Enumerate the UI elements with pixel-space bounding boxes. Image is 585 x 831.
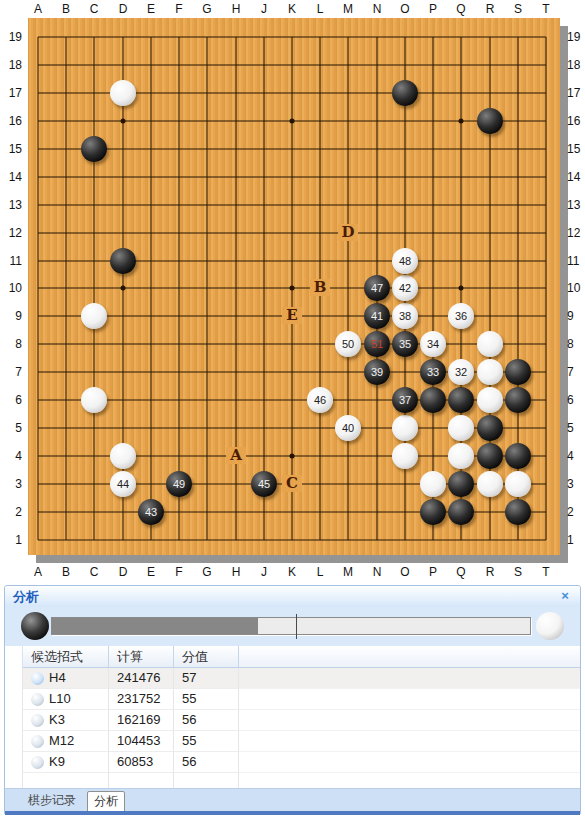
- candidate-move-cell: M12: [23, 731, 109, 752]
- coord-label: 7: [0, 365, 22, 379]
- stone-Q2: [448, 499, 474, 525]
- table-header-filler: [239, 646, 580, 668]
- coord-label: Q: [453, 2, 469, 16]
- stone-O17: [392, 80, 418, 106]
- coord-label: Q: [453, 565, 469, 579]
- coord-label: J: [256, 2, 272, 16]
- go-app-window: A AB BC CD DE EF FG GH HJ JK KL LM MN NO…: [0, 0, 585, 831]
- candidate-row[interactable]: H4 241476 57: [22, 668, 580, 689]
- coord-label: R: [482, 565, 498, 579]
- candidate-move: M12: [49, 731, 74, 751]
- coord-label: P: [425, 2, 441, 16]
- coord-label: 18: [567, 58, 585, 72]
- coord-label: 19: [0, 30, 22, 44]
- stone-S6: [505, 387, 531, 413]
- row-filler: [239, 731, 580, 752]
- candidate-move-cell: H4: [23, 668, 109, 689]
- stone-E2: 43: [138, 499, 164, 525]
- analysis-panel: 分析 × 候选招式 计算 分值 H4 241476 57: [4, 585, 581, 814]
- coord-label: 4: [0, 449, 22, 463]
- stone-P6: [420, 387, 446, 413]
- goban-area: A AB BC CD DE EF FG GH HJ JK KL LM MN NO…: [0, 0, 585, 585]
- stone-C6: [81, 387, 107, 413]
- coord-label: A: [30, 565, 46, 579]
- coord-label: A: [30, 2, 46, 16]
- candidate-move-cell: K9: [23, 752, 109, 773]
- row-filler: [239, 668, 580, 689]
- col-header-score: 分值: [174, 646, 239, 668]
- coord-label: 4: [567, 449, 585, 463]
- stone-P8: 34: [420, 331, 446, 357]
- coord-label: S: [510, 2, 526, 16]
- candidate-row[interactable]: K9 60853 56: [22, 752, 580, 773]
- coord-label: N: [369, 565, 385, 579]
- col-header-move: 候选招式: [23, 646, 109, 668]
- coord-label: 6: [567, 393, 585, 407]
- coord-label: 10: [0, 281, 22, 295]
- candidate-row[interactable]: L10 231752 55: [22, 689, 580, 710]
- coord-label: M: [340, 565, 356, 579]
- candidate-calc: 60853: [109, 752, 174, 773]
- coord-label: 14: [0, 170, 22, 184]
- stone-S7: [505, 359, 531, 385]
- row-filler: [239, 689, 580, 710]
- coord-label: J: [256, 565, 272, 579]
- stone-O8: 35: [392, 331, 418, 357]
- analysis-progress-bar[interactable]: [51, 617, 531, 635]
- stone-D3: 44: [110, 471, 136, 497]
- coord-label: 15: [567, 142, 585, 156]
- stone-O4: [392, 443, 418, 469]
- coord-label: O: [397, 2, 413, 16]
- coord-label: B: [58, 565, 74, 579]
- coord-label: N: [369, 2, 385, 16]
- candidate-move-cell: L10: [23, 689, 109, 710]
- stone-J3: 45: [251, 471, 277, 497]
- stone-R6: [477, 387, 503, 413]
- stone-R5: [477, 415, 503, 441]
- coord-label: G: [199, 2, 215, 16]
- candidate-marker-E[interactable]: E: [282, 307, 302, 324]
- progress-fill: [52, 618, 258, 634]
- stone-M8: 50: [335, 331, 361, 357]
- stone-M5: 40: [335, 415, 361, 441]
- stone-O9: 38: [392, 303, 418, 329]
- coord-label: 2: [567, 505, 585, 519]
- coord-label: 17: [0, 86, 22, 100]
- coord-label: 9: [0, 309, 22, 323]
- row-filler: [239, 710, 580, 731]
- stone-S3: [505, 471, 531, 497]
- coord-label: M: [340, 2, 356, 16]
- coord-label: 5: [0, 421, 22, 435]
- stone-D4: [110, 443, 136, 469]
- candidate-marker-C[interactable]: C: [282, 475, 302, 492]
- stone-P7: 33: [420, 359, 446, 385]
- stone-bullet-icon: [31, 714, 44, 727]
- stone-Q3: [448, 471, 474, 497]
- coord-label: 9: [567, 309, 585, 323]
- stone-N9: 41: [364, 303, 390, 329]
- coord-label: 18: [0, 58, 22, 72]
- coord-label: 13: [0, 198, 22, 212]
- coord-label: 10: [567, 281, 585, 295]
- candidate-move: K3: [49, 710, 65, 730]
- coord-label: 3: [0, 477, 22, 491]
- coord-label: 12: [567, 226, 585, 240]
- candidate-moves-table: 候选招式 计算 分值 H4 241476 57 L10 231752 55: [5, 646, 580, 788]
- candidate-calc: 231752: [109, 689, 174, 710]
- stone-P2: [420, 499, 446, 525]
- stone-O10: 42: [392, 275, 418, 301]
- close-icon[interactable]: ×: [558, 586, 572, 607]
- coord-label: 7: [567, 365, 585, 379]
- coord-label: L: [312, 2, 328, 16]
- coord-label: R: [482, 2, 498, 16]
- panel-bottom-bar: [5, 811, 580, 815]
- coord-label: G: [199, 565, 215, 579]
- progress-caret[interactable]: [296, 614, 297, 639]
- candidate-calc: 104453: [109, 731, 174, 752]
- stone-C15: [81, 136, 107, 162]
- coord-label: 12: [0, 226, 22, 240]
- candidate-calc: 241476: [109, 668, 174, 689]
- white-stone-icon: [536, 612, 564, 640]
- stone-O5: [392, 415, 418, 441]
- coord-label: 6: [0, 393, 22, 407]
- stone-R16: [477, 108, 503, 134]
- coord-label: O: [397, 565, 413, 579]
- stone-N10: 47: [364, 275, 390, 301]
- coord-label: B: [58, 2, 74, 16]
- coord-label: L: [312, 565, 328, 579]
- stone-F3: 49: [166, 471, 192, 497]
- row-filler: [239, 752, 580, 773]
- stone-D11: [110, 248, 136, 274]
- coord-label: 13: [567, 198, 585, 212]
- coord-label: F: [171, 565, 187, 579]
- stone-R7: [477, 359, 503, 385]
- stone-L6: 46: [307, 387, 333, 413]
- coord-label: 3: [567, 477, 585, 491]
- stone-R4: [477, 443, 503, 469]
- coord-label: 11: [0, 254, 22, 268]
- candidate-move: H4: [49, 668, 66, 688]
- stone-Q7: 32: [448, 359, 474, 385]
- stone-Q5: [448, 415, 474, 441]
- stone-bullet-icon: [31, 756, 44, 769]
- candidate-score: 56: [174, 710, 239, 731]
- table-header: 候选招式 计算 分值: [22, 646, 580, 668]
- candidate-marker-B[interactable]: B: [310, 279, 330, 296]
- candidate-row[interactable]: K3 162169 56: [22, 710, 580, 731]
- panel-title: 分析: [5, 586, 580, 607]
- empty-row: [22, 773, 580, 788]
- stone-R3: [477, 471, 503, 497]
- stone-P3: [420, 471, 446, 497]
- candidate-row[interactable]: M12 104453 55: [22, 731, 580, 752]
- col-header-calc: 计算: [109, 646, 174, 668]
- candidate-move: K9: [49, 752, 65, 772]
- candidate-score: 57: [174, 668, 239, 689]
- coord-label: 14: [567, 170, 585, 184]
- stone-Q4: [448, 443, 474, 469]
- stone-N8: 51: [364, 331, 390, 357]
- coord-label: D: [115, 565, 131, 579]
- coord-label: 19: [567, 30, 585, 44]
- stone-bullet-icon: [31, 672, 44, 685]
- stone-O6: 37: [392, 387, 418, 413]
- coord-label: 16: [0, 114, 22, 128]
- coord-label: K: [284, 2, 300, 16]
- tab-analysis[interactable]: 分析: [87, 791, 125, 812]
- coord-label: 8: [0, 337, 22, 351]
- coord-label: 5: [567, 421, 585, 435]
- candidate-marker-D[interactable]: D: [338, 224, 358, 241]
- coord-label: H: [228, 565, 244, 579]
- coord-label: S: [510, 565, 526, 579]
- coord-label: E: [143, 565, 159, 579]
- coord-label: K: [284, 565, 300, 579]
- stone-S2: [505, 499, 531, 525]
- coord-label: H: [228, 2, 244, 16]
- black-stone-icon: [21, 612, 49, 640]
- coord-label: 11: [567, 254, 585, 268]
- panel-tab-strip: 棋步记录 分析: [5, 788, 580, 812]
- coord-label: T: [538, 2, 554, 16]
- analysis-progress-row: [5, 607, 580, 646]
- stone-R8: [477, 331, 503, 357]
- coord-label: 17: [567, 86, 585, 100]
- stone-C9: [81, 303, 107, 329]
- coord-label: T: [538, 565, 554, 579]
- coord-label: 1: [567, 533, 585, 547]
- stone-O11: 48: [392, 248, 418, 274]
- candidate-score: 55: [174, 731, 239, 752]
- coord-label: D: [115, 2, 131, 16]
- stone-D17: [110, 80, 136, 106]
- stone-Q9: 36: [448, 303, 474, 329]
- coord-label: 16: [567, 114, 585, 128]
- stone-bullet-icon: [31, 693, 44, 706]
- stone-bullet-icon: [31, 735, 44, 748]
- coord-label: C: [86, 565, 102, 579]
- coord-label: 1: [0, 533, 22, 547]
- coord-label: E: [143, 2, 159, 16]
- candidate-score: 55: [174, 689, 239, 710]
- coord-label: P: [425, 565, 441, 579]
- coord-label: C: [86, 2, 102, 16]
- coord-label: 2: [0, 505, 22, 519]
- coord-label: F: [171, 2, 187, 16]
- candidate-marker-A[interactable]: A: [226, 447, 246, 464]
- coord-label: 15: [0, 142, 22, 156]
- tab-move-record[interactable]: 棋步记录: [22, 789, 82, 812]
- candidate-move: L10: [49, 689, 71, 709]
- stone-S4: [505, 443, 531, 469]
- coord-label: 8: [567, 337, 585, 351]
- candidate-calc: 162169: [109, 710, 174, 731]
- stone-Q6: [448, 387, 474, 413]
- candidate-move-cell: K3: [23, 710, 109, 731]
- candidate-score: 56: [174, 752, 239, 773]
- stone-N7: 39: [364, 359, 390, 385]
